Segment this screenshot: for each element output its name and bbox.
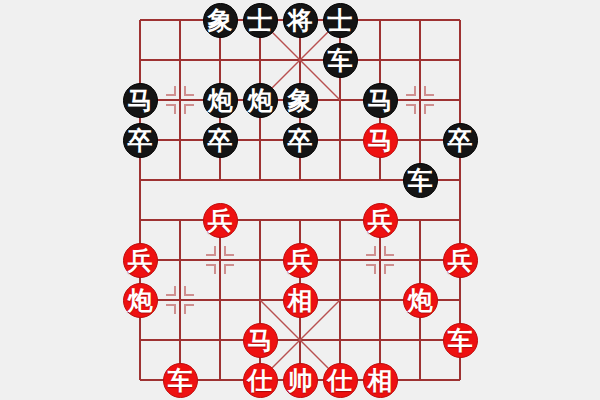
piece-red-elephant[interactable]: 相 [363, 363, 398, 398]
piece-black-advisor[interactable]: 士 [323, 3, 358, 38]
piece-red-soldier[interactable]: 兵 [363, 203, 398, 238]
piece-black-advisor[interactable]: 士 [243, 3, 278, 38]
piece-black-elephant[interactable]: 象 [203, 3, 238, 38]
piece-red-soldier[interactable]: 兵 [443, 243, 478, 278]
piece-red-advisor[interactable]: 仕 [243, 363, 278, 398]
piece-red-advisor[interactable]: 仕 [323, 363, 358, 398]
piece-black-soldier[interactable]: 卒 [203, 123, 238, 158]
piece-red-chariot[interactable]: 车 [163, 363, 198, 398]
piece-black-cannon[interactable]: 炮 [243, 83, 278, 118]
piece-black-general[interactable]: 将 [283, 3, 318, 38]
piece-black-soldier[interactable]: 卒 [123, 123, 158, 158]
xiangqi-board-screenshot: 象士将士车马炮炮象马卒卒卒卒车马兵兵兵兵兵炮相炮马车车仕帅仕相 [0, 0, 600, 400]
piece-red-soldier[interactable]: 兵 [123, 243, 158, 278]
piece-black-soldier[interactable]: 卒 [443, 123, 478, 158]
piece-red-general[interactable]: 帅 [283, 363, 318, 398]
piece-red-chariot[interactable]: 车 [443, 323, 478, 358]
piece-black-horse[interactable]: 马 [123, 83, 158, 118]
piece-red-cannon[interactable]: 炮 [123, 283, 158, 318]
xiangqi-board[interactable]: 象士将士车马炮炮象马卒卒卒卒车马兵兵兵兵兵炮相炮马车车仕帅仕相 [120, 0, 480, 400]
piece-red-soldier[interactable]: 兵 [203, 203, 238, 238]
piece-red-cannon[interactable]: 炮 [403, 283, 438, 318]
piece-black-chariot[interactable]: 车 [323, 43, 358, 78]
piece-black-chariot[interactable]: 车 [403, 163, 438, 198]
piece-black-cannon[interactable]: 炮 [203, 83, 238, 118]
piece-red-horse[interactable]: 马 [243, 323, 278, 358]
piece-red-elephant[interactable]: 相 [283, 283, 318, 318]
piece-red-soldier[interactable]: 兵 [283, 243, 318, 278]
piece-black-horse[interactable]: 马 [363, 83, 398, 118]
piece-black-elephant[interactable]: 象 [283, 83, 318, 118]
piece-black-soldier[interactable]: 卒 [283, 123, 318, 158]
piece-red-horse[interactable]: 马 [363, 123, 398, 158]
